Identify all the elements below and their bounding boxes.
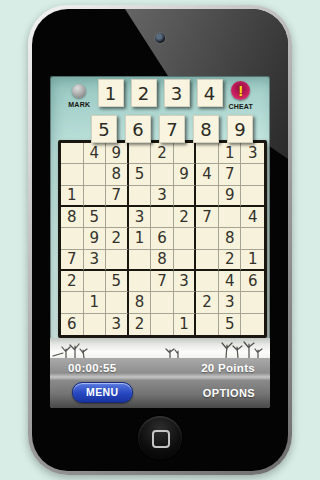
cell-r9c7[interactable] bbox=[196, 314, 219, 335]
page-background: MARK 1234 ! CHEAT 56789 4921385947173985… bbox=[0, 0, 320, 480]
cell-r3c1[interactable]: 1 bbox=[61, 186, 84, 207]
cell-r5c3[interactable]: 2 bbox=[106, 228, 129, 249]
number-tiles-row2: 56789 bbox=[73, 115, 270, 143]
timer: 00:00:55 bbox=[68, 362, 116, 374]
tile-9[interactable]: 9 bbox=[227, 115, 253, 143]
cell-r5c4[interactable]: 1 bbox=[129, 228, 152, 249]
cell-r9c6[interactable]: 1 bbox=[174, 314, 197, 335]
tree-silhouettes bbox=[50, 338, 270, 358]
cell-r5c2[interactable]: 9 bbox=[84, 228, 107, 249]
cell-r4c3[interactable] bbox=[106, 207, 129, 228]
cell-r6c1[interactable]: 7 bbox=[61, 250, 84, 271]
cell-r7c7[interactable] bbox=[196, 271, 219, 292]
tile-1[interactable]: 1 bbox=[98, 79, 124, 107]
toolbar: MARK 1234 ! CHEAT 56789 bbox=[50, 76, 270, 140]
cell-r1c9[interactable]: 3 bbox=[241, 143, 264, 164]
cell-r6c8[interactable]: 2 bbox=[219, 250, 242, 271]
cell-r2c2[interactable] bbox=[84, 164, 107, 185]
cell-r9c8[interactable]: 5 bbox=[219, 314, 242, 335]
cell-r3c2[interactable] bbox=[84, 186, 107, 207]
cell-r2c7[interactable]: 4 bbox=[196, 164, 219, 185]
cell-r9c5[interactable] bbox=[151, 314, 174, 335]
cell-r3c6[interactable] bbox=[174, 186, 197, 207]
tile-3[interactable]: 3 bbox=[164, 79, 190, 107]
menu-button[interactable]: MENU bbox=[72, 382, 133, 403]
points: 20 Points bbox=[201, 362, 255, 374]
cell-r5c9[interactable] bbox=[241, 228, 264, 249]
options-button[interactable]: OPTIONS bbox=[203, 387, 255, 399]
cell-r4c4[interactable]: 3 bbox=[129, 207, 152, 228]
cell-r3c4[interactable] bbox=[129, 186, 152, 207]
cell-r6c2[interactable]: 3 bbox=[84, 250, 107, 271]
cell-r8c8[interactable]: 3 bbox=[219, 292, 242, 313]
cell-r1c5[interactable]: 2 bbox=[151, 143, 174, 164]
cell-r7c3[interactable]: 5 bbox=[106, 271, 129, 292]
cell-r2c4[interactable]: 5 bbox=[129, 164, 152, 185]
cell-r4c7[interactable]: 7 bbox=[196, 207, 219, 228]
tile-7[interactable]: 7 bbox=[159, 115, 185, 143]
cell-r2c6[interactable]: 9 bbox=[174, 164, 197, 185]
cell-r1c1[interactable] bbox=[61, 143, 84, 164]
sudoku-board-area: 4921385947173985327492168738212573461823… bbox=[58, 140, 270, 338]
cell-r9c2[interactable] bbox=[84, 314, 107, 335]
cell-r6c5[interactable]: 8 bbox=[151, 250, 174, 271]
cheat-exclamation-icon: ! bbox=[231, 81, 250, 100]
cell-r7c5[interactable]: 7 bbox=[151, 271, 174, 292]
cell-r6c7[interactable] bbox=[196, 250, 219, 271]
cell-r9c3[interactable]: 3 bbox=[106, 314, 129, 335]
cell-r4c5[interactable] bbox=[151, 207, 174, 228]
status-bar: 00:00:55 20 Points MENU OPTIONS bbox=[50, 358, 270, 408]
cell-r8c6[interactable] bbox=[174, 292, 197, 313]
sudoku-grid: 4921385947173985327492168738212573461823… bbox=[58, 140, 267, 338]
cell-r8c2[interactable]: 1 bbox=[84, 292, 107, 313]
cell-r6c6[interactable] bbox=[174, 250, 197, 271]
cell-r4c8[interactable] bbox=[219, 207, 242, 228]
cheat-label: CHEAT bbox=[228, 103, 253, 110]
cell-r2c3[interactable]: 8 bbox=[106, 164, 129, 185]
cell-r7c6[interactable]: 3 bbox=[174, 271, 197, 292]
cell-r1c8[interactable]: 1 bbox=[219, 143, 242, 164]
cell-r9c9[interactable] bbox=[241, 314, 264, 335]
cell-r7c4[interactable] bbox=[129, 271, 152, 292]
cell-r3c5[interactable]: 3 bbox=[151, 186, 174, 207]
cell-r7c2[interactable] bbox=[84, 271, 107, 292]
cell-r8c7[interactable]: 2 bbox=[196, 292, 219, 313]
cell-r8c9[interactable] bbox=[241, 292, 264, 313]
cell-r3c7[interactable] bbox=[196, 186, 219, 207]
app-screen: MARK 1234 ! CHEAT 56789 4921385947173985… bbox=[50, 76, 270, 408]
cell-r3c3[interactable]: 7 bbox=[106, 186, 129, 207]
cell-r2c8[interactable]: 7 bbox=[219, 164, 242, 185]
tile-5[interactable]: 5 bbox=[91, 115, 117, 143]
cell-r5c7[interactable] bbox=[196, 228, 219, 249]
cell-r8c1[interactable] bbox=[61, 292, 84, 313]
mark-button[interactable]: MARK bbox=[61, 79, 98, 108]
cell-r2c5[interactable] bbox=[151, 164, 174, 185]
cell-r2c9[interactable] bbox=[241, 164, 264, 185]
cell-r1c7[interactable] bbox=[196, 143, 219, 164]
home-button[interactable] bbox=[138, 416, 182, 460]
cell-r8c3[interactable] bbox=[106, 292, 129, 313]
cell-r4c2[interactable]: 5 bbox=[84, 207, 107, 228]
number-tiles-row1: 1234 bbox=[98, 79, 223, 107]
cell-r5c5[interactable]: 6 bbox=[151, 228, 174, 249]
cell-r6c9[interactable]: 1 bbox=[241, 250, 264, 271]
tile-6[interactable]: 6 bbox=[125, 115, 151, 143]
cell-r1c6[interactable] bbox=[174, 143, 197, 164]
cell-r4c1[interactable]: 8 bbox=[61, 207, 84, 228]
cheat-button[interactable]: ! CHEAT bbox=[223, 79, 260, 110]
cell-r9c4[interactable]: 2 bbox=[129, 314, 152, 335]
cell-r6c4[interactable] bbox=[129, 250, 152, 271]
cell-r1c3[interactable]: 9 bbox=[106, 143, 129, 164]
cell-r7c9[interactable]: 6 bbox=[241, 271, 264, 292]
cell-r1c4[interactable] bbox=[129, 143, 152, 164]
home-square-icon bbox=[152, 430, 170, 448]
cell-r5c6[interactable] bbox=[174, 228, 197, 249]
cell-r7c8[interactable]: 4 bbox=[219, 271, 242, 292]
cell-r4c9[interactable]: 4 bbox=[241, 207, 264, 228]
cell-r4c6[interactable]: 2 bbox=[174, 207, 197, 228]
cell-r5c1[interactable] bbox=[61, 228, 84, 249]
cell-r5c8[interactable]: 8 bbox=[219, 228, 242, 249]
cell-r8c4[interactable]: 8 bbox=[129, 292, 152, 313]
cell-r7c1[interactable]: 2 bbox=[61, 271, 84, 292]
mark-label: MARK bbox=[68, 101, 90, 108]
device-frame: MARK 1234 ! CHEAT 56789 4921385947173985… bbox=[28, 5, 292, 475]
cell-r6c3[interactable] bbox=[106, 250, 129, 271]
cell-r1c2[interactable]: 4 bbox=[84, 143, 107, 164]
mark-ball-icon bbox=[72, 84, 86, 98]
tile-8[interactable]: 8 bbox=[193, 115, 219, 143]
winter-scene bbox=[50, 338, 270, 358]
tile-4[interactable]: 4 bbox=[197, 79, 223, 107]
cell-r3c8[interactable]: 9 bbox=[219, 186, 242, 207]
front-camera-icon bbox=[155, 33, 165, 43]
cell-r3c9[interactable] bbox=[241, 186, 264, 207]
tile-2[interactable]: 2 bbox=[131, 79, 157, 107]
device-bezel: MARK 1234 ! CHEAT 56789 4921385947173985… bbox=[32, 9, 288, 471]
cell-r2c1[interactable] bbox=[61, 164, 84, 185]
cell-r8c5[interactable] bbox=[151, 292, 174, 313]
cell-r9c1[interactable]: 6 bbox=[61, 314, 84, 335]
